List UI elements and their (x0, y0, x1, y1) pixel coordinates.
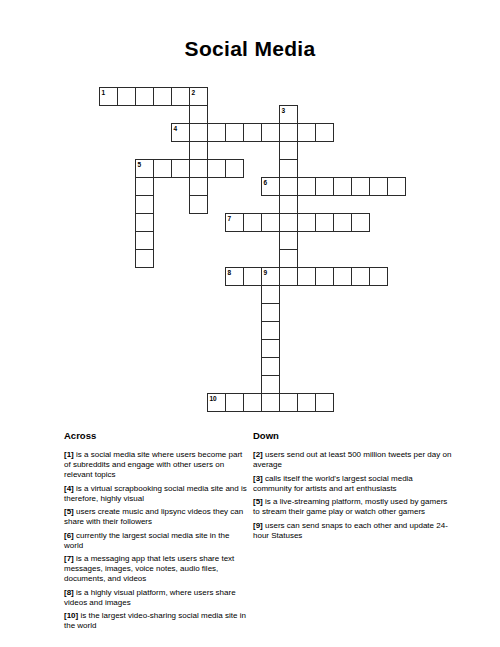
grid-cell-r17c7[interactable] (225, 393, 244, 412)
grid-cell-r7c13[interactable] (333, 213, 352, 232)
grid-cell-r8c2[interactable] (135, 231, 154, 250)
cell-number-4: 4 (174, 125, 178, 132)
across-clue-10: [10] is the largest video-sharing social… (64, 611, 248, 631)
grid-cell-r2c5[interactable] (189, 123, 208, 142)
cell-number-1: 1 (102, 89, 106, 96)
across-clue-8: [8] is a highly visual platform, where u… (64, 588, 248, 608)
grid-cell-r17c12[interactable] (315, 393, 334, 412)
cell-number-10: 10 (210, 395, 217, 402)
clue-number: [5] (253, 497, 263, 506)
grid-cell-r17c9[interactable] (261, 393, 280, 412)
grid-cell-r5c11[interactable] (297, 177, 316, 196)
clue-number: [10] (64, 611, 78, 620)
across-clue-5: [5] users create music and lipsync video… (64, 507, 248, 527)
grid-cell-r10c14[interactable] (351, 267, 370, 286)
grid-cell-r3c5[interactable] (189, 141, 208, 160)
grid-cell-r5c9[interactable]: 6 (261, 177, 280, 196)
grid-cell-r4c7[interactable] (225, 159, 244, 178)
cell-number-6: 6 (264, 179, 268, 186)
grid-cell-r1c5[interactable] (189, 105, 208, 124)
grid-cell-r10c7[interactable]: 8 (225, 267, 244, 286)
grid-cell-r10c10[interactable] (279, 267, 298, 286)
grid-cell-r6c2[interactable] (135, 195, 154, 214)
grid-cell-r5c13[interactable] (333, 177, 352, 196)
clue-number: [6] (64, 531, 74, 540)
down-clue-9: [9] users can send snaps to each other a… (253, 521, 452, 541)
across-clue-1: [1] is a social media site where users b… (64, 450, 248, 480)
grid-cell-r9c2[interactable] (135, 249, 154, 268)
grid-cell-r0c1[interactable] (117, 87, 136, 106)
grid-cell-r4c6[interactable] (207, 159, 226, 178)
down-clue-5: [5] is a live-streaming platform, mostly… (253, 497, 452, 517)
grid-cell-r7c12[interactable] (315, 213, 334, 232)
grid-cell-r10c11[interactable] (297, 267, 316, 286)
grid-cell-r2c4[interactable]: 4 (171, 123, 190, 142)
grid-cell-r6c5[interactable] (189, 195, 208, 214)
puzzle-title: Social Media (0, 37, 500, 61)
grid-cell-r0c0[interactable]: 1 (99, 87, 118, 106)
crossword-grid: 12345678910 (99, 87, 405, 411)
grid-cell-r7c7[interactable]: 7 (225, 213, 244, 232)
grid-cell-r11c9[interactable] (261, 285, 280, 304)
grid-cell-r14c9[interactable] (261, 339, 280, 358)
grid-cell-r16c9[interactable] (261, 375, 280, 394)
across-clues-section: Across [1] is a social media site where … (64, 430, 248, 635)
clue-number: [7] (64, 554, 74, 563)
cell-number-8: 8 (228, 269, 232, 276)
grid-cell-r10c15[interactable] (369, 267, 388, 286)
grid-cell-r5c16[interactable] (387, 177, 406, 196)
grid-cell-r0c2[interactable] (135, 87, 154, 106)
grid-cell-r8c10[interactable] (279, 231, 298, 250)
grid-cell-r2c11[interactable] (297, 123, 316, 142)
grid-cell-r2c7[interactable] (225, 123, 244, 142)
cell-number-9: 9 (264, 269, 268, 276)
down-clue-2: [2] users send out at least 500 million … (253, 450, 452, 470)
grid-cell-r10c9[interactable]: 9 (261, 267, 280, 286)
grid-cell-r5c2[interactable] (135, 177, 154, 196)
grid-cell-r0c3[interactable] (153, 87, 172, 106)
grid-cell-r2c6[interactable] (207, 123, 226, 142)
grid-cell-r3c10[interactable] (279, 141, 298, 160)
cell-number-2: 2 (192, 89, 196, 96)
clue-number: [2] (253, 450, 263, 459)
grid-cell-r9c10[interactable] (279, 249, 298, 268)
grid-cell-r4c10[interactable] (279, 159, 298, 178)
grid-cell-r10c12[interactable] (315, 267, 334, 286)
grid-cell-r2c9[interactable] (261, 123, 280, 142)
across-heading: Across (64, 430, 248, 441)
grid-cell-r7c10[interactable] (279, 213, 298, 232)
grid-cell-r5c10[interactable] (279, 177, 298, 196)
grid-cell-r7c2[interactable] (135, 213, 154, 232)
clue-number: [1] (64, 450, 74, 459)
grid-cell-r4c5[interactable] (189, 159, 208, 178)
cell-number-5: 5 (138, 161, 142, 168)
grid-cell-r5c5[interactable] (189, 177, 208, 196)
clue-number: [8] (64, 588, 74, 597)
grid-cell-r5c12[interactable] (315, 177, 334, 196)
down-clues-section: Down [2] users send out at least 500 mil… (253, 430, 452, 544)
clue-number: [9] (253, 521, 263, 530)
cell-number-7: 7 (228, 215, 232, 222)
clue-number: [5] (64, 507, 74, 516)
crossword-page: Social Media 12345678910 Across [1] is a… (0, 0, 500, 647)
grid-cell-r17c11[interactable] (297, 393, 316, 412)
grid-cell-r5c15[interactable] (369, 177, 388, 196)
grid-cell-r13c9[interactable] (261, 321, 280, 340)
clue-number: [4] (64, 484, 74, 493)
grid-cell-r5c14[interactable] (351, 177, 370, 196)
grid-cell-r0c4[interactable] (171, 87, 190, 106)
grid-cell-r6c10[interactable] (279, 195, 298, 214)
down-clue-3: [3] calls itself the world's largest soc… (253, 474, 452, 494)
grid-cell-r4c2[interactable]: 5 (135, 159, 154, 178)
grid-cell-r2c10[interactable] (279, 123, 298, 142)
grid-cell-r1c10[interactable]: 3 (279, 105, 298, 124)
grid-cell-r17c8[interactable] (243, 393, 262, 412)
across-clue-7: [7] is a messaging app that lets users s… (64, 554, 248, 584)
down-heading: Down (253, 430, 452, 441)
grid-cell-r2c12[interactable] (315, 123, 334, 142)
grid-cell-r0c5[interactable]: 2 (189, 87, 208, 106)
grid-cell-r17c10[interactable] (279, 393, 298, 412)
grid-cell-r4c3[interactable] (153, 159, 172, 178)
grid-cell-r2c8[interactable] (243, 123, 262, 142)
across-clue-4: [4] is a virtual scrapbooking social med… (64, 484, 248, 504)
across-clue-6: [6] currently the largest social media s… (64, 531, 248, 551)
across-clues-list: [1] is a social media site where users b… (64, 450, 248, 631)
cell-number-3: 3 (282, 107, 286, 114)
grid-cell-r7c11[interactable] (297, 213, 316, 232)
grid-cell-r4c4[interactable] (171, 159, 190, 178)
clue-number: [3] (253, 474, 263, 483)
grid-cell-r10c8[interactable] (243, 267, 262, 286)
grid-cell-r17c6[interactable]: 10 (207, 393, 226, 412)
grid-cell-r7c14[interactable] (351, 213, 370, 232)
down-clues-list: [2] users send out at least 500 million … (253, 450, 452, 541)
grid-cell-r12c9[interactable] (261, 303, 280, 322)
grid-cell-r10c13[interactable] (333, 267, 352, 286)
grid-cell-r7c8[interactable] (243, 213, 262, 232)
grid-cell-r7c9[interactable] (261, 213, 280, 232)
grid-cell-r15c9[interactable] (261, 357, 280, 376)
